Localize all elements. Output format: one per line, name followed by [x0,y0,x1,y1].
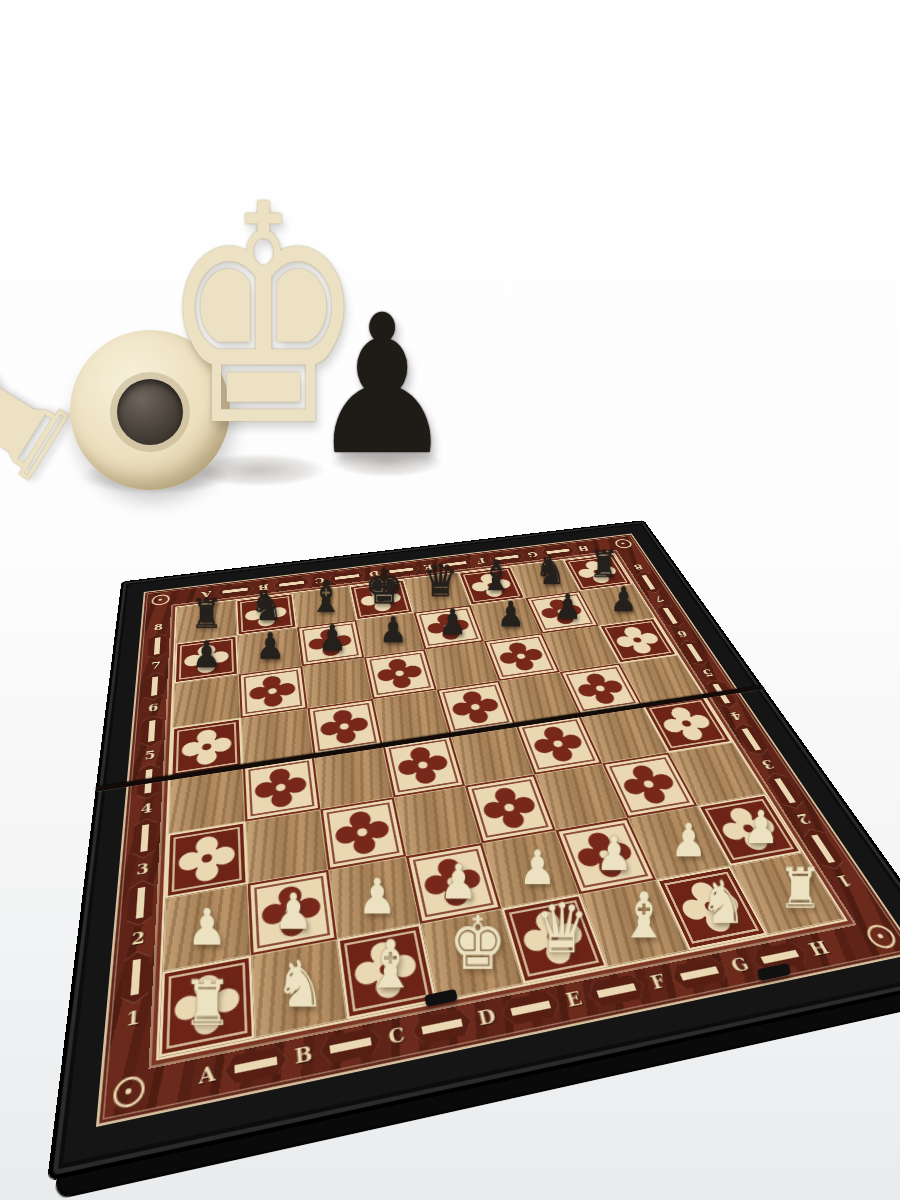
black-pawn-f7[interactable]: ♟ [497,597,525,632]
white-rook-h1[interactable]: ♜ [778,860,822,916]
white-pawn-a2[interactable]: ♟ [187,902,227,952]
white-bishop-c1[interactable]: ♝ [364,932,416,998]
white-knight-g1[interactable]: ♞ [700,872,747,931]
square-c3[interactable] [320,797,406,870]
white-king-d1[interactable]: ♚ [448,907,506,981]
white-pawn-g2[interactable]: ♟ [670,817,706,863]
square-a6[interactable] [172,675,240,728]
white-pawn-e2[interactable]: ♟ [519,844,557,892]
black-pawn-d7[interactable]: ♟ [379,612,407,648]
black-pawn-h7[interactable]: ♟ [610,582,637,616]
board-scene: ABCDEFGH ABCDEFGH 87654321 87654321 ♜♞♝♚… [50,385,850,1085]
board-case: ABCDEFGH ABCDEFGH 87654321 87654321 ♜♞♝♚… [47,520,900,1181]
black-pawn-b7[interactable]: ♟ [256,628,285,665]
black-pawn-g7[interactable]: ♟ [554,589,581,624]
rank-label-3: 3 [116,834,168,907]
square-a2[interactable]: ♟ [162,884,251,972]
black-pawn-a7[interactable]: ♟ [192,636,221,673]
square-a3[interactable] [165,822,248,899]
square-c6[interactable] [302,657,373,708]
black-pawn-e7[interactable]: ♟ [439,604,467,639]
rank-label-2: 2 [109,898,165,982]
white-pawn-b2[interactable]: ♟ [274,887,313,937]
white-knight-b1[interactable]: ♞ [275,952,326,1016]
white-pawn-h2[interactable]: ♟ [743,804,779,850]
black-pawn-c7[interactable]: ♟ [318,620,347,656]
white-pawn-c2[interactable]: ♟ [358,872,397,921]
white-pawn-d2[interactable]: ♟ [440,858,478,906]
product-photo-stage: ♜ ♚ ♟ ABCDEFGH ABCDEFGH 87654321 8765432… [0,0,900,1200]
square-e4[interactable] [450,725,534,786]
white-queen-e1[interactable]: ♛ [535,895,589,964]
white-pawn-f2[interactable]: ♟ [596,830,633,877]
rank-label-4: 4 [121,778,170,842]
white-rook-a1[interactable]: ♜ [183,972,232,1035]
white-bishop-f1[interactable]: ♝ [619,885,669,948]
ring-icon [151,593,170,606]
